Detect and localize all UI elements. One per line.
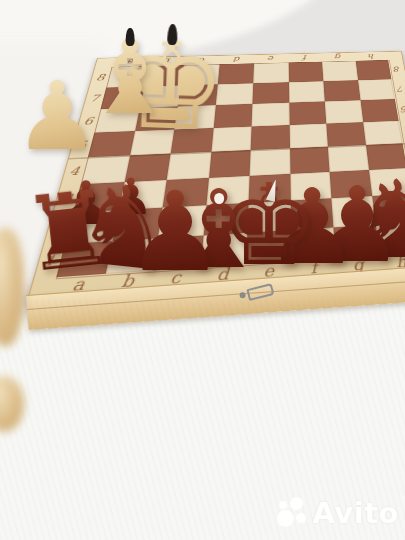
square-a4	[81, 155, 130, 184]
square-b5	[130, 129, 175, 155]
top-file-label-c: c	[184, 56, 220, 65]
right-rank-label-8: 8	[388, 60, 405, 79]
square-c8	[181, 64, 219, 85]
square-a8	[106, 66, 148, 87]
square-f4	[290, 147, 330, 174]
clasp-screw	[239, 292, 245, 298]
square-a7	[101, 86, 144, 109]
square-f7	[289, 81, 325, 103]
square-c7	[178, 84, 218, 106]
square-c3	[163, 178, 209, 208]
square-g3	[330, 170, 372, 199]
clasp-hook	[246, 283, 274, 301]
square-e4	[250, 148, 290, 175]
square-f1	[291, 227, 336, 261]
square-h5	[363, 120, 403, 144]
square-d1	[200, 232, 247, 267]
top-file-label-d: d	[219, 55, 254, 64]
top-file-label-g: g	[321, 53, 355, 62]
square-e6	[252, 103, 290, 127]
top-file-label-a: a	[112, 57, 150, 67]
square-h3	[369, 168, 405, 196]
square-a5	[88, 131, 135, 157]
square-d2	[203, 203, 248, 235]
square-g6	[325, 100, 363, 123]
square-c4	[167, 152, 211, 180]
square-b2	[112, 208, 163, 241]
square-e1	[246, 230, 291, 264]
square-h7	[358, 79, 395, 100]
square-g7	[323, 80, 360, 102]
square-h8	[355, 60, 391, 80]
avito-watermark-text: Avito	[312, 496, 399, 530]
top-file-label-e: e	[254, 54, 288, 63]
square-b6	[135, 106, 178, 130]
square-a1	[56, 241, 112, 278]
square-e3	[249, 173, 291, 202]
avito-logo-icon	[277, 497, 307, 530]
square-h6	[360, 99, 398, 122]
square-d5	[211, 126, 252, 152]
square-g5	[326, 122, 365, 147]
square-c1	[153, 235, 203, 270]
square-h4	[366, 143, 405, 169]
clasp-hook-icon	[239, 283, 276, 302]
square-b4	[124, 154, 170, 182]
square-a6	[94, 108, 139, 133]
square-g1	[333, 224, 379, 258]
square-d7	[215, 83, 253, 105]
square-d6	[213, 104, 252, 128]
square-h2	[372, 194, 405, 225]
square-g4	[328, 145, 369, 172]
square-a3	[73, 182, 124, 213]
square-c6	[174, 105, 215, 129]
square-c5	[171, 128, 214, 154]
square-e7	[252, 82, 288, 104]
square-h1	[375, 222, 405, 255]
square-d3	[206, 175, 250, 205]
right-rank-label-7: 7	[391, 78, 405, 99]
square-f8	[288, 62, 323, 82]
square-e8	[253, 62, 288, 83]
square-d8	[217, 63, 254, 84]
top-file-label-b: b	[148, 57, 185, 66]
square-b1	[105, 238, 158, 274]
square-b3	[118, 180, 166, 211]
square-c2	[158, 205, 206, 238]
square-f3	[290, 172, 331, 201]
square-d4	[209, 150, 251, 178]
square-f2	[290, 198, 333, 229]
square-f6	[289, 101, 326, 124]
square-g2	[331, 196, 375, 227]
square-e5	[251, 125, 290, 150]
photo-scene: abcdefgh8877665544332211abcdefgh ♜♞♟♝♚♟♟…	[0, 0, 405, 540]
square-g8	[322, 61, 358, 81]
top-file-label-h: h	[354, 52, 388, 61]
square-e2	[247, 201, 290, 233]
avito-watermark: Avito	[277, 496, 399, 530]
top-file-label-f: f	[288, 53, 322, 62]
square-b8	[144, 65, 184, 86]
square-b7	[139, 85, 180, 108]
square-a2	[65, 210, 118, 244]
square-f5	[289, 123, 328, 148]
